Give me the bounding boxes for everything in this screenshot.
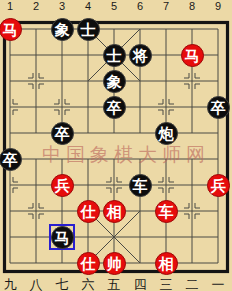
piece-black-chariot[interactable]: 车 — [129, 174, 152, 197]
board-square[interactable]: 象 — [49, 16, 75, 42]
bottom-file-label: 八 — [25, 276, 47, 291]
piece-red-soldier[interactable]: 兵 — [207, 174, 230, 197]
bottom-file-label: 三 — [155, 276, 177, 291]
piece-red-soldier[interactable]: 兵 — [51, 174, 74, 197]
piece-black-soldier[interactable]: 卒 — [0, 148, 22, 171]
piece-red-advisor[interactable]: 仕 — [77, 252, 100, 275]
board-square[interactable]: 仕 — [75, 250, 101, 276]
board-square[interactable]: 将 — [127, 42, 153, 68]
top-file-label: 1 — [0, 0, 21, 13]
board-square[interactable]: 车 — [153, 198, 179, 224]
top-file-label: 4 — [77, 0, 99, 13]
board-square[interactable]: 卒 — [0, 146, 23, 172]
piece-red-elephant[interactable]: 相 — [103, 200, 126, 223]
bottom-file-label: 六 — [77, 276, 99, 291]
top-file-label: 2 — [25, 0, 47, 13]
top-file-label: 6 — [129, 0, 151, 13]
piece-black-elephant[interactable]: 象 — [51, 18, 74, 41]
board-square[interactable]: 炮 — [153, 120, 179, 146]
board-square[interactable]: 卒 — [49, 120, 75, 146]
piece-red-horse[interactable]: 马 — [0, 18, 22, 41]
board-square[interactable]: 马 — [0, 16, 23, 42]
top-file-label: 7 — [155, 0, 177, 13]
top-file-label: 3 — [51, 0, 73, 13]
bottom-file-label: 七 — [51, 276, 73, 291]
top-file-label: 9 — [207, 0, 229, 13]
xiangqi-app: 中国象棋大师网 马象士士将马象卒卒卒炮卒兵车兵仕相车马仕帅相 123456789… — [0, 0, 232, 291]
piece-black-advisor[interactable]: 士 — [103, 44, 126, 67]
board-square[interactable]: 车 — [127, 172, 153, 198]
board-square[interactable]: 帅 — [101, 250, 127, 276]
top-file-label: 5 — [103, 0, 125, 13]
board-square[interactable]: 相 — [101, 198, 127, 224]
xiangqi-board[interactable]: 马象士士将马象卒卒卒炮卒兵车兵仕相车马仕帅相 — [0, 16, 231, 276]
piece-black-advisor[interactable]: 士 — [77, 18, 100, 41]
board-square[interactable]: 兵 — [205, 172, 231, 198]
piece-black-soldier[interactable]: 卒 — [103, 96, 126, 119]
board-square[interactable]: 仕 — [75, 198, 101, 224]
piece-red-general[interactable]: 帅 — [103, 252, 126, 275]
piece-black-elephant[interactable]: 象 — [103, 70, 126, 93]
board-square[interactable]: 兵 — [49, 172, 75, 198]
board-square[interactable]: 士 — [101, 42, 127, 68]
board-square[interactable]: 卒 — [101, 94, 127, 120]
piece-red-elephant[interactable]: 相 — [155, 252, 178, 275]
board-square[interactable]: 卒 — [205, 94, 231, 120]
bottom-file-label: 五 — [103, 276, 125, 291]
piece-black-soldier[interactable]: 卒 — [51, 122, 74, 145]
board-square[interactable]: 马 — [179, 42, 205, 68]
piece-black-horse[interactable]: 马 — [51, 226, 74, 249]
piece-black-cannon[interactable]: 炮 — [155, 122, 178, 145]
board-square[interactable]: 士 — [75, 16, 101, 42]
piece-red-horse[interactable]: 马 — [181, 44, 204, 67]
piece-red-advisor[interactable]: 仕 — [77, 200, 100, 223]
bottom-file-label: 九 — [0, 276, 21, 291]
board-square[interactable]: 相 — [153, 250, 179, 276]
piece-red-chariot[interactable]: 车 — [155, 200, 178, 223]
bottom-file-label: 二 — [181, 276, 203, 291]
last-move-square[interactable]: 马 — [49, 224, 75, 250]
bottom-file-label: 一 — [207, 276, 229, 291]
piece-black-general[interactable]: 将 — [129, 44, 152, 67]
top-file-label: 8 — [181, 0, 203, 13]
board-square[interactable]: 象 — [101, 68, 127, 94]
piece-black-soldier[interactable]: 卒 — [207, 96, 230, 119]
bottom-file-label: 四 — [129, 276, 151, 291]
